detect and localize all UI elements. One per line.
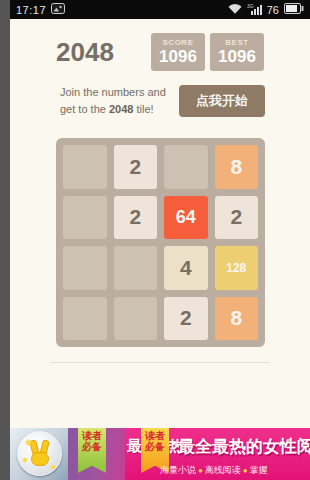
intro-text-2048: 2048: [109, 103, 133, 115]
ad-tagline-item: 海量小说: [160, 465, 196, 475]
intro-text-after: tile!: [133, 103, 153, 115]
clock: 17:17: [16, 4, 46, 16]
tile-2: 2: [114, 196, 158, 240]
score-value: 1096: [159, 47, 197, 67]
status-bar: 17:17 3G: [10, 0, 310, 19]
game-board[interactable]: 282642412828: [56, 138, 265, 347]
tile-4: 4: [164, 246, 208, 290]
empty-cell: [63, 246, 107, 290]
empty-cell: [114, 297, 158, 341]
ad-app-icon: [17, 431, 62, 476]
tile-2: 2: [164, 297, 208, 341]
divider: [50, 362, 270, 363]
bullet-icon: ●: [198, 466, 203, 475]
screenshot-icon: [51, 3, 65, 16]
score-panel: SCORE 1096 BEST 1096: [151, 33, 264, 71]
page-title: 2048: [56, 37, 114, 68]
battery-icon: [284, 3, 304, 16]
ad-ribbon-right-label: 读者必备: [144, 428, 166, 452]
signal-icon: 3G: [247, 3, 262, 17]
empty-cell: [63, 297, 107, 341]
ad-tagline-item: 掌握: [250, 465, 268, 475]
ad-banner[interactable]: 最全最热 读者必备 读者必备 最全最热的女性阅读 海量小说●离线阅读●掌握: [10, 428, 310, 480]
star-icon: [22, 457, 28, 463]
ad-tagline: 海量小说●离线阅读●掌握: [160, 464, 268, 477]
battery-percent: 76: [267, 4, 279, 16]
ad-ribbon-left-label: 读者必备: [81, 428, 103, 452]
network-type-label: 3G: [247, 3, 254, 9]
tile-64: 64: [164, 196, 208, 240]
wifi-icon: [228, 3, 242, 16]
tile-2: 2: [215, 196, 259, 240]
tile-8: 8: [215, 145, 259, 189]
intro-row: Join the numbers and get to the 2048 til…: [60, 84, 265, 117]
best-label: BEST: [225, 38, 248, 47]
ad-tagline-item: 离线阅读: [205, 465, 241, 475]
best-box: BEST 1096: [210, 33, 264, 71]
ad-headline: 最全最热的女性阅读: [178, 435, 310, 458]
empty-cell: [114, 246, 158, 290]
score-label: SCORE: [163, 38, 194, 47]
game-header: 2048 SCORE 1096 BEST 1096: [56, 33, 264, 71]
victory-hand-icon: [29, 440, 51, 467]
ad-app-icon-background: [10, 428, 68, 480]
empty-cell: [63, 145, 107, 189]
tile-8: 8: [215, 297, 259, 341]
intro-text: Join the numbers and get to the 2048 til…: [60, 84, 174, 117]
phone-screen: 17:17 3G: [10, 0, 310, 480]
start-button[interactable]: 点我开始: [179, 85, 265, 117]
score-box: SCORE 1096: [151, 33, 205, 71]
tile-128: 128: [215, 246, 259, 290]
empty-cell: [63, 196, 107, 240]
empty-cell: [164, 145, 208, 189]
star-icon: [50, 464, 56, 470]
best-value: 1096: [218, 47, 256, 67]
tile-2: 2: [114, 145, 158, 189]
bullet-icon: ●: [243, 466, 248, 475]
